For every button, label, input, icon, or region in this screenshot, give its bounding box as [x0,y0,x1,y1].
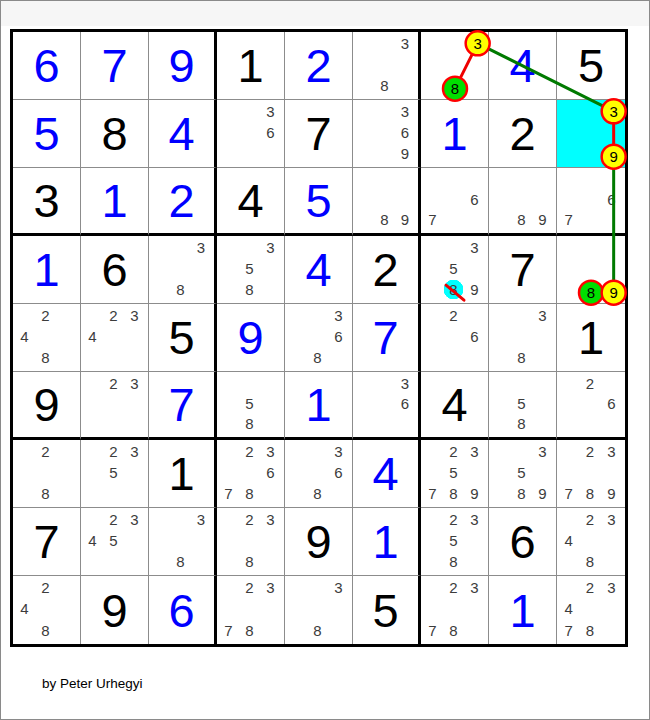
author-credit: by Peter Urhegyi [42,676,143,691]
cell-r8c5[interactable]: 9 [285,508,353,576]
solved-digit-r1c8: 4 [489,32,556,99]
candidate-r2c6-3[interactable]: 3 [395,101,415,122]
cell-r3c3[interactable]: 2 [149,168,217,236]
candidate-r1c7-8[interactable]: 8 [443,75,464,96]
cell-r5c1[interactable]: 248 [13,304,81,372]
candidate-r1c7-3[interactable]: 3 [464,33,485,54]
given-digit-r1c4: 1 [217,32,284,99]
cell-r3c6[interactable]: 89 [353,168,421,236]
candidate-r3c8-8[interactable]: 8 [511,210,532,230]
candidate-r6c6-3[interactable]: 3 [395,373,415,393]
candidate-r4c3-8[interactable]: 8 [170,279,190,300]
candidate-r5c8-3[interactable]: 3 [532,305,553,326]
candidate-r3c9-6[interactable]: 6 [601,189,622,209]
candidate-r8c7-2[interactable]: 2 [443,509,464,530]
candidate-r7c5-6[interactable]: 6 [328,462,349,483]
candidate-r8c3-8[interactable]: 8 [170,551,190,572]
cell-r9c9[interactable]: 23478 [557,576,625,644]
given-digit-r3c1: 3 [13,168,80,233]
candidate-r9c5-3[interactable]: 3 [328,577,349,598]
candidate-r2c4-3[interactable]: 3 [260,101,281,122]
cell-r5c7[interactable]: 26 [421,304,489,372]
candidate-r9c7-8[interactable]: 8 [443,620,464,641]
candidate-r7c1-8[interactable]: 8 [35,483,56,504]
solved-digit-r5c6: 7 [353,304,418,371]
candidate-r7c7-8[interactable]: 8 [443,483,464,504]
candidate-r8c4-2[interactable]: 2 [239,509,260,530]
candidate-r4c4-5[interactable]: 5 [239,258,260,279]
candidate-r3c7-7[interactable]: 7 [422,210,443,230]
cell-r9c1[interactable]: 248 [13,576,81,644]
candidate-r9c7-3[interactable]: 3 [464,577,485,598]
candidate-r6c8-8[interactable]: 8 [511,414,532,434]
cell-r9c7[interactable]: 2378 [421,576,489,644]
candidates-r9c1: 248 [14,577,77,641]
candidate-r2c9-9[interactable]: 9 [601,143,622,164]
candidate-r8c7-3[interactable]: 3 [464,509,485,530]
candidate-r2c9-3[interactable]: 3 [601,101,622,122]
candidate-r8c9-2[interactable]: 2 [579,509,600,530]
cell-r1c3[interactable]: 9 [149,32,217,100]
candidate-r4c7-8[interactable]: 8 [443,279,464,300]
cell-r2c4[interactable]: 36 [217,100,285,168]
given-digit-r6c1: 9 [13,372,80,437]
cell-r3c8[interactable]: 89 [489,168,557,236]
cell-r9c2[interactable]: 9 [81,576,149,644]
cell-r7c6[interactable]: 4 [353,440,421,508]
candidate-r6c2-2[interactable]: 2 [103,373,124,393]
given-digit-r6c7: 4 [421,372,488,437]
solved-digit-r6c5: 1 [285,372,352,437]
given-digit-r3c4: 4 [217,168,284,233]
candidates-r2c9: 39 [558,101,622,164]
solved-digit-r6c3: 7 [149,372,214,437]
candidates-r6c9: 26 [558,373,622,434]
given-digit-r8c1: 7 [13,508,80,575]
candidate-r7c1-2[interactable]: 2 [35,441,56,462]
cell-r4c5[interactable]: 4 [285,236,353,304]
candidate-r9c9-2[interactable]: 2 [579,577,600,598]
solved-digit-r4c5: 4 [285,236,352,303]
cell-r5c3[interactable]: 5 [149,304,217,372]
solved-digit-r3c3: 2 [149,168,214,233]
candidates-r4c4: 358 [218,237,281,300]
candidate-r6c6-6[interactable]: 6 [395,393,415,413]
candidate-r8c2-5[interactable]: 5 [103,530,124,551]
candidate-r9c4-8[interactable]: 8 [239,620,260,641]
candidate-r8c7-5[interactable]: 5 [443,530,464,551]
cell-r4c9[interactable]: 89 [557,236,625,304]
cell-r5c9[interactable]: 1 [557,304,625,372]
candidate-r8c2-2[interactable]: 2 [103,509,124,530]
candidate-r5c8-8[interactable]: 8 [511,347,532,368]
cell-r1c8[interactable]: 4 [489,32,557,100]
cell-r1c1[interactable]: 6 [13,32,81,100]
cell-r8c3[interactable]: 38 [149,508,217,576]
candidate-r6c4-8[interactable]: 8 [239,414,260,434]
cell-r8c6[interactable]: 1 [353,508,421,576]
candidate-r6c8-5[interactable]: 5 [511,393,532,413]
cell-r2c5[interactable]: 7 [285,100,353,168]
cell-r4c1[interactable]: 1 [13,236,81,304]
candidate-r1c6-3[interactable]: 3 [395,33,415,54]
solved-digit-r3c2: 1 [81,168,148,233]
candidate-r5c5-8[interactable]: 8 [307,347,328,368]
candidates-r8c2: 2345 [82,509,145,572]
given-digit-r2c5: 7 [285,100,352,167]
candidate-r7c7-2[interactable]: 2 [443,441,464,462]
candidate-r7c2-3[interactable]: 3 [124,441,145,462]
cell-r7c2[interactable]: 235 [81,440,149,508]
cell-r5c6[interactable]: 7 [353,304,421,372]
cell-r3c5[interactable]: 5 [285,168,353,236]
candidate-r7c5-3[interactable]: 3 [328,441,349,462]
cell-r1c7[interactable]: 38 [421,32,489,100]
cell-r8c7[interactable]: 2358 [421,508,489,576]
candidate-r1c6-8[interactable]: 8 [374,75,394,96]
candidate-r7c5-8[interactable]: 8 [307,483,328,504]
cell-r9c8[interactable]: 1 [489,576,557,644]
cell-r9c6[interactable]: 5 [353,576,421,644]
candidate-r9c5-8[interactable]: 8 [307,620,328,641]
candidate-r9c9-4[interactable]: 4 [558,598,579,619]
given-digit-r4c8: 7 [489,236,556,303]
candidate-r4c4-3[interactable]: 3 [260,237,281,258]
given-digit-r9c2: 9 [81,576,148,644]
cell-r4c3[interactable]: 38 [149,236,217,304]
candidate-r7c4-7[interactable]: 7 [218,483,239,504]
candidate-r4c7-9[interactable]: 9 [464,279,485,300]
cell-r5c4[interactable]: 9 [217,304,285,372]
cell-r8c2[interactable]: 2345 [81,508,149,576]
candidate-r8c9-3[interactable]: 3 [601,509,622,530]
candidate-r3c7-6[interactable]: 6 [464,189,485,209]
candidate-r7c8-8[interactable]: 8 [511,483,532,504]
candidate-r7c8-9[interactable]: 9 [532,483,553,504]
candidate-r9c1-4[interactable]: 4 [14,598,35,619]
cell-r5c5[interactable]: 368 [285,304,353,372]
candidate-r2c4-6[interactable]: 6 [260,122,281,143]
candidate-r7c8-3[interactable]: 3 [532,441,553,462]
cell-r6c6[interactable]: 36 [353,372,421,440]
cell-r6c3[interactable]: 7 [149,372,217,440]
candidates-r6c6: 36 [354,373,415,434]
candidate-r7c7-3[interactable]: 3 [464,441,485,462]
candidate-r4c3-3[interactable]: 3 [191,237,211,258]
solved-digit-r1c2: 7 [81,32,148,99]
candidate-r7c4-2[interactable]: 2 [239,441,260,462]
candidate-r8c4-8[interactable]: 8 [239,551,260,572]
given-digit-r1c9: 5 [557,32,625,99]
cell-r4c8[interactable]: 7 [489,236,557,304]
cell-r1c2[interactable]: 7 [81,32,149,100]
candidate-r3c9-7[interactable]: 7 [558,210,579,230]
cell-r4c6[interactable]: 2 [353,236,421,304]
candidate-r6c4-5[interactable]: 5 [239,393,260,413]
cell-r6c7[interactable]: 4 [421,372,489,440]
cell-r8c4[interactable]: 238 [217,508,285,576]
cell-r7c4[interactable]: 23678 [217,440,285,508]
cell-r6c2[interactable]: 23 [81,372,149,440]
candidates-r9c7: 2378 [422,577,485,641]
candidates-r4c7: 3589 [422,237,485,300]
candidate-r9c4-2[interactable]: 2 [239,577,260,598]
solved-digit-r4c1: 1 [13,236,80,303]
candidate-r7c4-6[interactable]: 6 [260,462,281,483]
given-digit-r8c5: 9 [285,508,352,575]
candidate-r5c1-4[interactable]: 4 [14,326,35,347]
cell-r7c9[interactable]: 23789 [557,440,625,508]
candidate-r8c2-3[interactable]: 3 [124,509,145,530]
candidate-r7c9-7[interactable]: 7 [558,483,579,504]
cell-r4c7[interactable]: 3589 [421,236,489,304]
cell-r5c2[interactable]: 234 [81,304,149,372]
cell-r3c9[interactable]: 67 [557,168,625,236]
candidates-r1c6: 38 [354,33,415,96]
cell-r8c8[interactable]: 6 [489,508,557,576]
cell-r2c8[interactable]: 2 [489,100,557,168]
candidates-r5c8: 38 [490,305,553,368]
candidates-r1c7: 38 [422,33,485,96]
cell-r9c3[interactable]: 6 [149,576,217,644]
given-digit-r8c8: 6 [489,508,556,575]
cell-r9c5[interactable]: 38 [285,576,353,644]
cell-r7c7[interactable]: 235789 [421,440,489,508]
candidates-r5c1: 248 [14,305,77,368]
header-strip [1,1,649,26]
solved-digit-r9c3: 6 [149,576,214,644]
candidates-r7c4: 23678 [218,441,281,504]
cell-r2c7[interactable]: 1 [421,100,489,168]
cell-r6c9[interactable]: 26 [557,372,625,440]
candidate-r5c1-2[interactable]: 2 [35,305,56,326]
cell-r4c2[interactable]: 6 [81,236,149,304]
candidates-r7c7: 235789 [422,441,485,504]
candidate-r2c6-9[interactable]: 9 [395,143,415,164]
candidate-r7c9-8[interactable]: 8 [579,483,600,504]
candidate-r5c2-4[interactable]: 4 [82,326,103,347]
candidate-r6c9-2[interactable]: 2 [579,373,600,393]
candidate-r7c8-5[interactable]: 5 [511,462,532,483]
cell-r2c1[interactable]: 5 [13,100,81,168]
candidates-r4c9: 89 [558,237,622,300]
solved-digit-r1c5: 2 [285,32,352,99]
candidate-r9c7-2[interactable]: 2 [443,577,464,598]
candidates-r8c9: 2348 [558,509,622,572]
given-digit-r2c8: 2 [489,100,556,167]
given-digit-r2c2: 8 [81,100,148,167]
candidates-r3c8: 89 [490,169,553,230]
candidate-r7c9-9[interactable]: 9 [601,483,622,504]
candidate-r3c6-9[interactable]: 9 [395,210,415,230]
candidates-r7c2: 235 [82,441,145,504]
candidate-r7c4-8[interactable]: 8 [239,483,260,504]
cell-r8c1[interactable]: 7 [13,508,81,576]
candidate-r5c7-2[interactable]: 2 [443,305,464,326]
cell-r2c2[interactable]: 8 [81,100,149,168]
given-digit-r5c3: 5 [149,304,214,371]
candidate-r8c9-8[interactable]: 8 [579,551,600,572]
solved-digit-r5c4: 9 [217,304,284,371]
given-digit-r5c9: 1 [557,304,625,371]
solved-digit-r1c3: 9 [149,32,214,99]
candidate-r7c7-9[interactable]: 9 [464,483,485,504]
candidates-r3c9: 67 [558,169,622,230]
candidate-r7c9-3[interactable]: 3 [601,441,622,462]
candidate-r8c2-4[interactable]: 4 [82,530,103,551]
candidates-r8c4: 238 [218,509,281,572]
candidates-r7c5: 368 [286,441,349,504]
candidate-r9c4-7[interactable]: 7 [218,620,239,641]
candidate-r7c2-5[interactable]: 5 [103,462,124,483]
candidates-r7c9: 23789 [558,441,622,504]
candidate-r6c2-3[interactable]: 3 [124,373,145,393]
cell-r1c4[interactable]: 1 [217,32,285,100]
candidates-r5c7: 26 [422,305,485,368]
candidates-r3c6: 89 [354,169,415,230]
cell-r6c5[interactable]: 1 [285,372,353,440]
candidates-r8c7: 2358 [422,509,485,572]
candidate-r4c9-8[interactable]: 8 [579,279,600,300]
candidates-r9c4: 2378 [218,577,281,641]
candidate-r4c9-9[interactable]: 9 [601,279,622,300]
cell-r1c6[interactable]: 38 [353,32,421,100]
sudoku-board: 6791238384558436736912393124589678967163… [10,29,628,647]
candidate-r7c4-3[interactable]: 3 [260,441,281,462]
given-digit-r7c3: 1 [149,440,214,507]
candidate-r9c7-7[interactable]: 7 [422,620,443,641]
candidate-r7c7-7[interactable]: 7 [422,483,443,504]
given-digit-r9c6: 5 [353,576,418,644]
candidate-r6c9-6[interactable]: 6 [601,393,622,413]
cell-r3c4[interactable]: 4 [217,168,285,236]
given-digit-r4c6: 2 [353,236,418,303]
solved-digit-r2c1: 5 [13,100,80,167]
candidate-r3c8-9[interactable]: 9 [532,210,553,230]
solved-digit-r2c3: 4 [149,100,214,167]
cell-r2c9[interactable]: 39 [557,100,625,168]
cell-r3c2[interactable]: 1 [81,168,149,236]
candidate-r8c9-4[interactable]: 4 [558,530,579,551]
candidates-r8c3: 38 [150,509,211,572]
cell-r7c3[interactable]: 1 [149,440,217,508]
candidates-r7c8: 3589 [490,441,553,504]
cell-r7c5[interactable]: 368 [285,440,353,508]
given-digit-r4c2: 6 [81,236,148,303]
candidate-r9c4-3[interactable]: 3 [260,577,281,598]
solved-digit-r3c5: 5 [285,168,352,233]
cell-r9c4[interactable]: 2378 [217,576,285,644]
candidate-r2c6-6[interactable]: 6 [395,122,415,143]
candidates-r2c4: 36 [218,101,281,164]
cell-r6c1[interactable]: 9 [13,372,81,440]
candidate-r5c2-3[interactable]: 3 [124,305,145,326]
candidate-r5c5-6[interactable]: 6 [328,326,349,347]
solved-digit-r9c8: 1 [489,576,556,644]
candidate-r7c7-5[interactable]: 5 [443,462,464,483]
cell-r3c7[interactable]: 67 [421,168,489,236]
candidate-r4c4-8[interactable]: 8 [239,279,260,300]
cell-r6c4[interactable]: 58 [217,372,285,440]
solved-digit-r8c6: 1 [353,508,418,575]
candidate-r9c9-3[interactable]: 3 [601,577,622,598]
cell-r7c8[interactable]: 3589 [489,440,557,508]
candidates-r7c1: 28 [14,441,77,504]
candidate-r9c1-2[interactable]: 2 [35,577,56,598]
candidate-r8c7-8[interactable]: 8 [443,551,464,572]
cell-r1c5[interactable]: 2 [285,32,353,100]
candidates-r6c8: 58 [490,373,553,434]
candidate-r7c9-2[interactable]: 2 [579,441,600,462]
candidate-r3c6-8[interactable]: 8 [374,210,394,230]
candidates-r3c7: 67 [422,169,485,230]
candidate-r5c7-6[interactable]: 6 [464,326,485,347]
candidate-r9c9-8[interactable]: 8 [579,620,600,641]
cell-r2c6[interactable]: 369 [353,100,421,168]
solved-digit-r7c6: 4 [353,440,418,507]
candidate-r7c2-2[interactable]: 2 [103,441,124,462]
candidate-r8c3-3[interactable]: 3 [191,509,211,530]
candidates-r5c2: 234 [82,305,145,368]
candidates-r4c3: 38 [150,237,211,300]
candidate-r5c5-3[interactable]: 3 [328,305,349,326]
solved-digit-r1c1: 6 [13,32,80,99]
cell-r1c9[interactable]: 5 [557,32,625,100]
cell-r5c8[interactable]: 38 [489,304,557,372]
candidate-r5c1-8[interactable]: 8 [35,347,56,368]
cell-r3c1[interactable]: 3 [13,168,81,236]
cell-r8c9[interactable]: 2348 [557,508,625,576]
candidates-r6c2: 23 [82,373,145,434]
cell-r7c1[interactable]: 28 [13,440,81,508]
candidates-r9c9: 23478 [558,577,622,641]
cell-r2c3[interactable]: 4 [149,100,217,168]
solved-digit-r2c7: 1 [421,100,488,167]
candidate-r4c7-3[interactable]: 3 [464,237,485,258]
candidates-r5c5: 368 [286,305,349,368]
candidate-r5c2-2[interactable]: 2 [103,305,124,326]
cell-r4c4[interactable]: 358 [217,236,285,304]
candidate-r8c4-3[interactable]: 3 [260,509,281,530]
candidates-r6c4: 58 [218,373,281,434]
cell-r6c8[interactable]: 58 [489,372,557,440]
candidate-r4c7-5[interactable]: 5 [443,258,464,279]
candidate-r9c1-8[interactable]: 8 [35,620,56,641]
candidates-r9c5: 38 [286,577,349,641]
candidates-r2c6: 369 [354,101,415,164]
candidate-r9c9-7[interactable]: 7 [558,620,579,641]
